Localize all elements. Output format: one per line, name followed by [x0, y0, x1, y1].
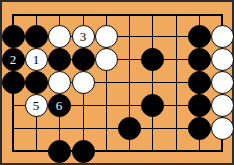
white-stone: 1: [25, 48, 48, 71]
white-stone: [48, 25, 71, 48]
grid-line: [152, 14, 153, 152]
white-stone: [95, 25, 118, 48]
move-number: 6: [56, 99, 63, 112]
grid-line: [12, 14, 223, 16]
black-stone: [48, 140, 71, 163]
move-number: 2: [10, 53, 17, 66]
black-stone: [188, 94, 211, 117]
move-number: 3: [80, 30, 87, 43]
white-stone: [95, 48, 118, 71]
black-stone: 6: [48, 94, 71, 117]
black-stone: [72, 48, 95, 71]
white-stone: [72, 71, 95, 94]
grid-line: [176, 14, 177, 152]
white-stone: 5: [25, 94, 48, 117]
black-stone: [72, 140, 95, 163]
grid-line: [12, 150, 223, 152]
black-stone: [188, 25, 211, 48]
white-stone: [211, 94, 234, 117]
black-stone: [48, 48, 71, 71]
white-stone: [48, 71, 71, 94]
black-stone: 2: [2, 48, 25, 71]
black-stone: [25, 71, 48, 94]
go-board-diagram: 32156: [0, 0, 234, 165]
black-stone: [141, 94, 164, 117]
move-number: 1: [33, 53, 40, 66]
white-stone: [211, 117, 234, 140]
black-stone: [188, 117, 211, 140]
black-stone: [188, 71, 211, 94]
black-stone: [2, 71, 25, 94]
white-stone: [211, 48, 234, 71]
white-stone: [211, 71, 234, 94]
white-stone: [211, 25, 234, 48]
white-stone: 3: [72, 25, 95, 48]
black-stone: [118, 117, 141, 140]
black-stone: [188, 48, 211, 71]
move-number: 5: [33, 99, 40, 112]
black-stone: [25, 25, 48, 48]
black-stone: [2, 25, 25, 48]
black-stone: [141, 48, 164, 71]
